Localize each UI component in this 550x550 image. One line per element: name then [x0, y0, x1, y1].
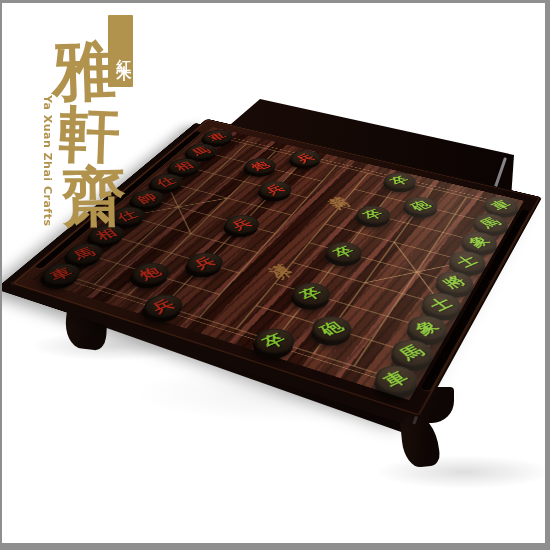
product-photo-page: { "game": "xiangqi", "branding": { "badg…: [0, 0, 550, 550]
piece-character: 士: [453, 254, 481, 270]
brand-logo: 紅木 雅 軒 齋 Ya Xuan Zhai Crafts: [2, 3, 212, 263]
piece-character: 兵: [149, 297, 177, 315]
piece-character: 車: [380, 369, 412, 390]
piece-character: 卒: [388, 175, 413, 187]
piece-character: 兵: [263, 183, 287, 196]
logo-english-text: Ya Xuan Zhai Crafts: [41, 95, 54, 245]
logo-char-1: 雅: [51, 38, 117, 104]
piece-character: 兵: [294, 152, 317, 164]
logo-char-3: 齋: [61, 164, 126, 229]
piece-character: 馬: [477, 216, 503, 230]
piece-character: 砲: [317, 319, 347, 338]
floor-shadow: [374, 455, 550, 489]
piece-character: 車: [488, 199, 514, 212]
piece-character: 馬: [397, 343, 428, 363]
piece-character: 車: [48, 266, 75, 282]
piece-character: 將: [440, 274, 469, 291]
piece-character: 象: [412, 319, 442, 338]
piece-character: 卒: [361, 208, 387, 222]
piece-character: 卒: [259, 332, 289, 351]
piece-character: 卒: [297, 286, 325, 303]
piece-character: 卒: [331, 245, 358, 260]
piece-character: 象: [466, 234, 493, 249]
piece-character: 砲: [408, 199, 434, 212]
piece-character: 炮: [249, 160, 272, 172]
piece-character: 兵: [229, 217, 255, 231]
piece-character: 炮: [137, 266, 164, 282]
piece-character: 士: [427, 296, 456, 314]
logo-char-2: 軒: [58, 102, 121, 165]
